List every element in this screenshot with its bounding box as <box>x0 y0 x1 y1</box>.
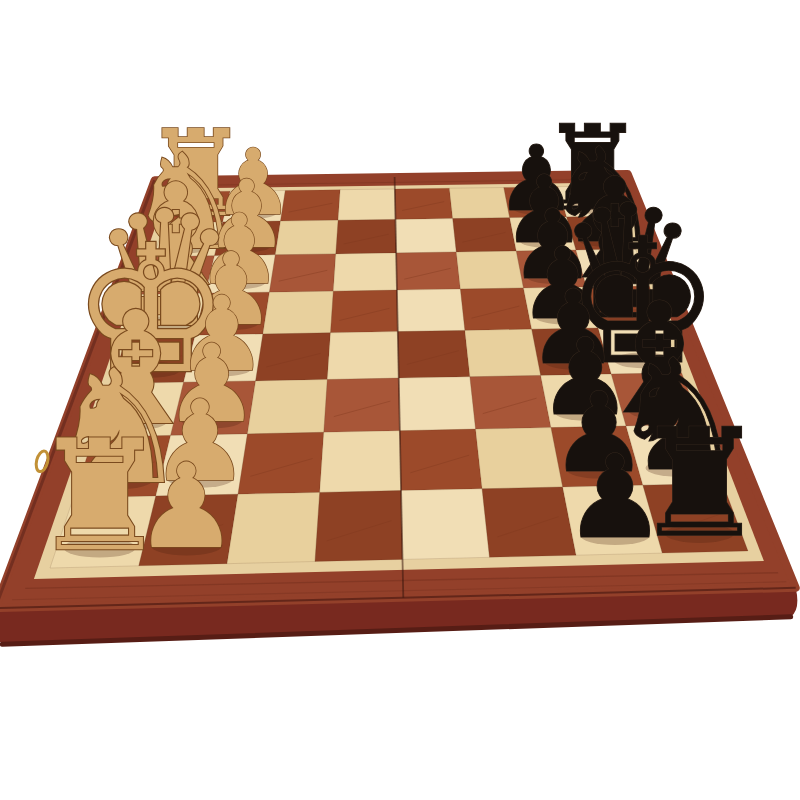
square-g4 <box>320 431 401 493</box>
square-d4 <box>331 290 398 333</box>
chess-set-photo: ♜♜♟♟♞♞♟♟♝♝♟♟♛♛♟♟♚♚♟♟♝♝♟♟♞♞♟♟♜♜♟♟ <box>0 0 800 800</box>
square-c5 <box>396 252 460 290</box>
square-b4 <box>336 219 396 254</box>
square-a4 <box>338 189 395 220</box>
square-f5 <box>399 377 476 431</box>
piece-white-pawn-h2: ♟ <box>134 438 239 575</box>
square-e4 <box>327 332 399 380</box>
square-c4 <box>333 253 397 291</box>
square-h5 <box>401 489 489 560</box>
product-photo: ♜♜♟♟♞♞♟♟♝♝♟♟♛♛♟♟♚♚♟♟♝♝♟♟♞♞♟♟♜♜♟♟ <box>0 0 800 800</box>
square-d5 <box>397 289 465 332</box>
square-e5 <box>398 330 470 378</box>
square-g5 <box>400 429 482 491</box>
square-h4 <box>315 491 403 562</box>
piece-black-pawn-h7: ♟ <box>563 430 666 564</box>
square-h6 <box>482 487 576 557</box>
square-f4 <box>324 378 400 432</box>
square-a5 <box>395 188 453 219</box>
square-b5 <box>396 219 457 253</box>
